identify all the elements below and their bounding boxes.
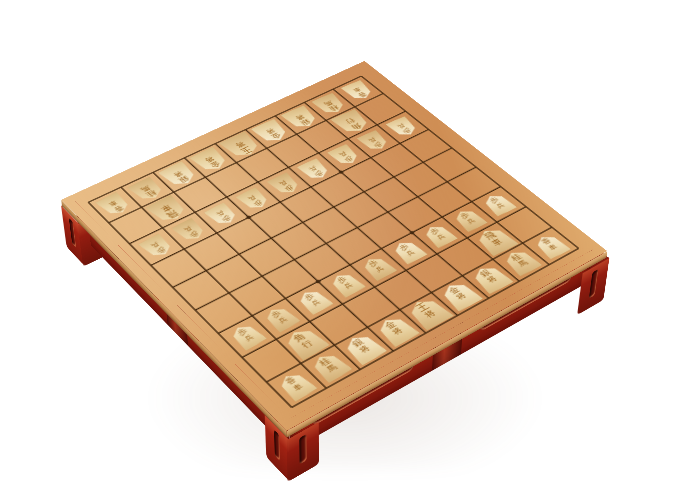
leg-groove: [299, 434, 307, 464]
piece-kanji: 桂: [318, 356, 333, 367]
piece-kanji: 兵: [405, 249, 417, 257]
piece-pawn-gote[interactable]: 歩兵: [138, 233, 176, 259]
piece-kanji: 車: [292, 382, 305, 391]
piece-gold-sente[interactable]: 金将: [437, 279, 483, 311]
piece-lance-sente[interactable]: 香車: [275, 369, 318, 401]
piece-kanji: 兵: [182, 225, 193, 233]
piece-kanji: 歩: [303, 293, 316, 302]
piece-kanji: 歩: [154, 246, 167, 255]
piece-kanji: 将: [391, 327, 405, 337]
piece-kanji: 角: [291, 331, 308, 343]
leg-groove: [589, 269, 598, 299]
piece-kanji: 兵: [243, 334, 255, 343]
piece-king-sente[interactable]: 王将: [404, 295, 454, 331]
piece-rook-sente[interactable]: 飛車: [472, 225, 519, 256]
piece-kanji: 歩: [335, 276, 348, 285]
piece-kanji: 兵: [465, 217, 476, 224]
shogi-scene: 香車桂馬銀将金将玉将金将銀将桂馬香車飛車角行歩兵歩兵歩兵歩兵歩兵歩兵歩兵歩兵歩兵…: [0, 0, 680, 503]
piece-kanji: 行: [300, 339, 315, 350]
piece-kanji: 将: [455, 292, 468, 301]
piece-kanji: 歩: [270, 310, 283, 319]
piece-kanji: 馬: [517, 259, 530, 268]
piece-pawn-sente[interactable]: 歩兵: [227, 322, 267, 351]
piece-kanji: 兵: [374, 265, 386, 273]
piece-gold-sente[interactable]: 金将: [373, 314, 420, 348]
piece-kanji: 兵: [149, 241, 160, 249]
piece-kanji: 金: [447, 285, 462, 295]
piece-pawn-sente[interactable]: 歩兵: [359, 254, 398, 281]
piece-kanji: 歩: [187, 230, 200, 239]
piece-kanji: 将: [358, 345, 372, 355]
piece-pawn-sente[interactable]: 歩兵: [421, 222, 459, 248]
piece-kanji: 将: [486, 275, 499, 284]
piece-kanji: 王: [415, 302, 431, 313]
piece-kanji: 香: [284, 376, 298, 386]
piece-knight-sente[interactable]: 桂馬: [500, 248, 542, 277]
piece-kanji: 馬: [326, 363, 340, 373]
leg-groove: [274, 429, 280, 461]
piece-kanji: 兵: [310, 299, 322, 307]
piece-kanji: 金: [383, 320, 398, 331]
piece-kanji: 車: [490, 237, 504, 246]
piece-kanji: 歩: [398, 243, 411, 252]
piece-kanji: 桂: [509, 253, 523, 263]
piece-pawn-sente[interactable]: 歩兵: [390, 238, 428, 264]
piece-knight-sente[interactable]: 桂馬: [308, 350, 353, 383]
piece-pawn-sente[interactable]: 歩兵: [294, 287, 333, 315]
piece-kanji: 将: [423, 309, 438, 319]
piece-kanji: 銀: [478, 269, 493, 279]
piece-lance-sente[interactable]: 香車: [531, 232, 571, 259]
piece-kanji: 歩: [367, 259, 380, 268]
leg-groove: [69, 218, 76, 248]
piece-kanji: 歩: [429, 227, 442, 235]
piece-pawn-sente[interactable]: 歩兵: [327, 271, 366, 298]
piece-silver-sente[interactable]: 銀将: [468, 263, 514, 295]
piece-kanji: 車: [546, 243, 558, 251]
piece-kanji: 銀: [351, 338, 366, 349]
piece-kanji: 兵: [342, 282, 354, 290]
piece-silver-sente[interactable]: 銀将: [340, 331, 387, 365]
piece-kanji: 兵: [495, 202, 506, 209]
piece-kanji: 兵: [435, 233, 446, 241]
piece-kanji: 飛: [482, 231, 498, 241]
piece-kanji: 兵: [277, 316, 289, 325]
piece-kanji: 歩: [236, 328, 249, 338]
piece-kanji: 香: [539, 237, 552, 246]
piece-pawn-sente[interactable]: 歩兵: [261, 304, 301, 333]
piece-bishop-sente[interactable]: 角行: [281, 325, 331, 361]
